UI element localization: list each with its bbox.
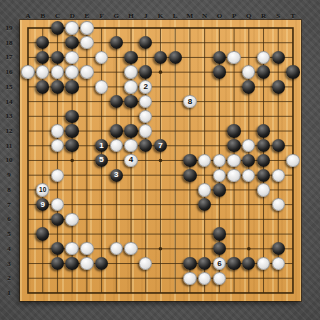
move-number-label: 8 — [188, 97, 192, 105]
black-stone[interactable] — [36, 227, 49, 240]
row-label: 2 — [3, 274, 15, 282]
white-stone[interactable] — [65, 213, 78, 226]
row-label: 10 — [3, 156, 15, 164]
white-stone[interactable] — [213, 169, 226, 182]
star-point — [159, 247, 163, 251]
white-stone[interactable] — [65, 21, 78, 34]
white-stone[interactable] — [213, 154, 226, 167]
row-label: 1 — [3, 289, 15, 297]
black-stone[interactable] — [183, 169, 196, 182]
column-label: K — [154, 12, 166, 20]
white-stone[interactable]: 8 — [183, 95, 196, 108]
black-stone[interactable] — [272, 80, 285, 93]
white-stone[interactable] — [286, 154, 299, 167]
black-stone[interactable] — [213, 183, 226, 196]
white-stone[interactable] — [80, 21, 93, 34]
white-stone[interactable] — [80, 36, 93, 49]
column-label: H — [125, 12, 137, 20]
star-point — [247, 247, 251, 251]
column-label: M — [184, 12, 196, 20]
black-stone[interactable] — [272, 51, 285, 64]
white-stone[interactable] — [124, 139, 137, 152]
row-label: 5 — [3, 230, 15, 238]
star-point — [70, 159, 74, 163]
row-label: 15 — [3, 83, 15, 91]
black-stone[interactable] — [124, 95, 137, 108]
white-stone[interactable] — [80, 65, 93, 78]
black-stone[interactable] — [227, 124, 240, 137]
row-label: 4 — [3, 245, 15, 253]
white-stone[interactable] — [124, 80, 137, 93]
row-label: 13 — [3, 112, 15, 120]
black-stone[interactable] — [183, 154, 196, 167]
black-stone[interactable] — [124, 124, 137, 137]
go-diagram: ABCDEFGHJKLMNOPQRST 19181716151413121110… — [0, 0, 320, 320]
black-stone[interactable] — [242, 80, 255, 93]
column-label: C — [51, 12, 63, 20]
black-stone[interactable] — [110, 124, 123, 137]
white-stone[interactable] — [227, 169, 240, 182]
column-label: D — [66, 12, 78, 20]
white-stone[interactable] — [257, 183, 270, 196]
row-label: 18 — [3, 39, 15, 47]
white-stone[interactable] — [51, 65, 64, 78]
row-label: 12 — [3, 127, 15, 135]
black-stone[interactable] — [36, 80, 49, 93]
white-stone[interactable] — [272, 257, 285, 270]
column-label: Q — [243, 12, 255, 20]
black-stone[interactable] — [257, 169, 270, 182]
white-stone[interactable] — [95, 80, 108, 93]
white-stone[interactable]: 2 — [139, 80, 152, 93]
column-label: T — [287, 12, 299, 20]
black-stone[interactable] — [65, 110, 78, 123]
row-label: 17 — [3, 53, 15, 61]
column-label: O — [213, 12, 225, 20]
column-label: E — [81, 12, 93, 20]
column-label: A — [22, 12, 34, 20]
column-label: S — [272, 12, 284, 20]
white-stone[interactable] — [80, 242, 93, 255]
move-number-label: 9 — [40, 200, 44, 208]
white-stone[interactable] — [139, 124, 152, 137]
black-stone[interactable] — [183, 257, 196, 270]
black-stone[interactable] — [124, 51, 137, 64]
star-point — [159, 159, 163, 163]
white-stone[interactable] — [227, 51, 240, 64]
column-label: B — [37, 12, 49, 20]
column-label: G — [110, 12, 122, 20]
column-label: R — [258, 12, 270, 20]
white-stone[interactable]: 4 — [124, 154, 137, 167]
white-stone[interactable]: 10 — [36, 183, 49, 196]
column-label: F — [96, 12, 108, 20]
row-label: 16 — [3, 68, 15, 76]
move-number-label: 2 — [144, 82, 148, 90]
column-label: J — [140, 12, 152, 20]
black-stone[interactable] — [51, 80, 64, 93]
black-stone[interactable] — [257, 124, 270, 137]
row-label: 8 — [3, 186, 15, 194]
white-stone[interactable] — [65, 51, 78, 64]
white-stone[interactable] — [21, 65, 34, 78]
row-label: 7 — [3, 201, 15, 209]
black-stone[interactable] — [286, 65, 299, 78]
move-number-label: 7 — [158, 141, 162, 149]
move-number-label: 6 — [217, 259, 221, 267]
column-label: N — [199, 12, 211, 20]
white-stone[interactable] — [213, 272, 226, 285]
row-label: 3 — [3, 260, 15, 268]
column-label: P — [228, 12, 240, 20]
row-label: 11 — [3, 142, 15, 150]
move-number-label: 10 — [39, 186, 46, 193]
black-stone[interactable] — [169, 51, 182, 64]
row-label: 9 — [3, 171, 15, 179]
white-stone[interactable] — [51, 169, 64, 182]
white-stone[interactable] — [65, 65, 78, 78]
white-stone[interactable] — [80, 257, 93, 270]
black-stone[interactable]: 3 — [110, 169, 123, 182]
move-number-label: 4 — [129, 156, 133, 164]
row-label: 6 — [3, 215, 15, 223]
black-stone[interactable] — [65, 124, 78, 137]
white-stone[interactable] — [183, 272, 196, 285]
black-stone[interactable] — [227, 257, 240, 270]
white-stone[interactable] — [51, 124, 64, 137]
move-number-label: 3 — [114, 171, 118, 179]
white-stone[interactable] — [227, 154, 240, 167]
black-stone[interactable] — [213, 227, 226, 240]
black-stone[interactable] — [51, 21, 64, 34]
white-stone[interactable] — [124, 65, 137, 78]
move-number-label: 1 — [99, 141, 103, 149]
move-number-label: 5 — [99, 156, 103, 164]
row-label: 14 — [3, 98, 15, 106]
row-label: 19 — [3, 24, 15, 32]
white-stone[interactable] — [272, 169, 285, 182]
black-stone[interactable] — [65, 80, 78, 93]
black-stone[interactable] — [65, 257, 78, 270]
black-stone[interactable] — [51, 213, 64, 226]
column-label: L — [169, 12, 181, 20]
black-stone[interactable] — [257, 65, 270, 78]
star-point — [159, 70, 163, 74]
go-board[interactable]: 28175431096 — [20, 20, 301, 301]
black-stone[interactable] — [213, 65, 226, 78]
black-stone[interactable] — [213, 51, 226, 64]
white-stone[interactable] — [198, 183, 211, 196]
